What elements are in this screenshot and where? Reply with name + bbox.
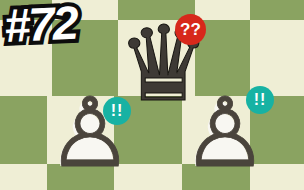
chess-board: ♛ ♟ ♙ ♟ ♙ ?? !! !! #72 #72	[0, 0, 304, 190]
brilliant-badge-left: !!	[103, 97, 131, 125]
blunder-badge-label: ??	[180, 20, 201, 40]
board-square[interactable]	[0, 96, 47, 164]
white-pawn-left[interactable]: ♟ ♙	[47, 85, 114, 165]
blunder-badge: ??	[175, 14, 206, 45]
white-pawn-left-outline: ♙	[47, 85, 114, 181]
brilliant-badge-right: !!	[246, 86, 274, 114]
white-pawn-right[interactable]: ♟ ♙	[182, 85, 250, 165]
white-pawn-right-outline: ♙	[182, 85, 250, 181]
board-square[interactable]	[250, 0, 304, 20]
board-square[interactable]	[0, 164, 47, 190]
brilliant-badge-right-label: !!	[254, 91, 267, 109]
puzzle-number-fill: #72	[3, 0, 78, 55]
brilliant-badge-left-label: !!	[111, 102, 124, 120]
